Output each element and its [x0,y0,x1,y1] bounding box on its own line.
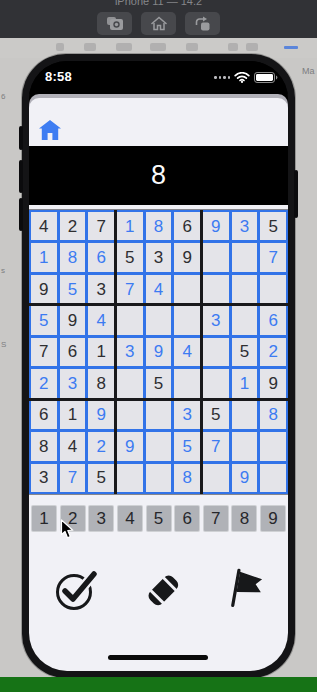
sudoku-cell-r2c7[interactable] [203,243,229,271]
numpad-button-6[interactable]: 6 [174,505,200,532]
sudoku-cell-r4c6[interactable] [174,306,200,334]
iphone-frame: 8:58 [22,54,295,678]
sudoku-cell-r5c6[interactable]: 4 [174,338,200,366]
sudoku-cell-r9c6[interactable]: 8 [174,464,200,492]
sudoku-cell-r9c9[interactable] [260,464,286,492]
sudoku-board: 4271869351865397953745943676139452238519… [29,210,288,494]
sudoku-cell-r1c7[interactable]: 9 [203,212,229,240]
camera-icon [106,16,124,31]
sudoku-cell-r4c5[interactable] [146,306,172,334]
simulator-title: iPhone 11 — 14.2 [0,0,317,7]
sudoku-cell-r2c1[interactable]: 1 [31,243,57,271]
action-bar [29,564,288,616]
sudoku-cell-r3c7[interactable] [203,275,229,303]
sudoku-cell-r7c5[interactable] [146,401,172,429]
sudoku-cell-r4c3[interactable]: 4 [88,306,114,334]
sudoku-cell-r2c9[interactable]: 7 [260,243,286,271]
home-icon [39,120,61,140]
sudoku-cell-r7c3[interactable]: 9 [88,401,114,429]
sudoku-cell-r1c3[interactable]: 7 [88,212,114,240]
simulator-toolbar: iPhone 11 — 14.2 [0,0,317,38]
volume-down-button [19,198,23,231]
check-button[interactable] [53,567,100,613]
numpad-button-3[interactable]: 3 [88,505,114,532]
house-icon [151,16,167,31]
sudoku-cell-r1c8[interactable]: 3 [232,212,258,240]
sudoku-cell-r6c3[interactable]: 8 [88,369,114,397]
sudoku-cell-r6c6[interactable] [174,369,200,397]
sudoku-cell-r6c5[interactable]: 5 [146,369,172,397]
green-strip [0,677,317,692]
sudoku-cell-r7c8[interactable] [232,401,258,429]
sudoku-cell-r2c4[interactable]: 5 [117,243,143,271]
numpad-button-1[interactable]: 1 [31,505,57,532]
sudoku-cell-r3c4[interactable]: 7 [117,275,143,303]
sudoku-cell-r3c1[interactable]: 9 [31,275,57,303]
sudoku-cell-r4c4[interactable] [117,306,143,334]
home-nav-button[interactable] [39,120,61,140]
sudoku-cell-r8c5[interactable] [146,432,172,460]
simulator-window: iPhone 11 — 14.2 [0,0,317,692]
volume-up-button [19,160,23,193]
flag-button[interactable] [226,567,264,613]
sudoku-cell-r4c8[interactable] [232,306,258,334]
sudoku-cell-r5c8[interactable]: 5 [232,338,258,366]
sudoku-cell-r6c4[interactable] [117,369,143,397]
flag-icon [226,567,264,613]
sudoku-cell-r6c9[interactable]: 9 [260,369,286,397]
sudoku-cell-r5c4[interactable]: 3 [117,338,143,366]
selected-number: 8 [151,160,166,191]
screenshot-button[interactable] [97,12,132,35]
sudoku-cell-r2c2[interactable]: 8 [60,243,86,271]
sudoku-cell-r5c5[interactable]: 9 [146,338,172,366]
sudoku-cell-r1c5[interactable]: 8 [146,212,172,240]
sudoku-cell-r1c6[interactable]: 6 [174,212,200,240]
sudoku-cell-r7c1[interactable]: 6 [31,401,57,429]
eraser-icon [142,570,184,610]
battery-icon [254,72,278,83]
sudoku-cell-r4c1[interactable]: 5 [31,306,57,334]
power-button [294,170,298,218]
sudoku-cell-r7c2[interactable]: 1 [60,401,86,429]
mouse-cursor [60,519,75,544]
sudoku-cell-r3c5[interactable]: 4 [146,275,172,303]
numpad-button-4[interactable]: 4 [117,505,143,532]
sudoku-cell-r3c2[interactable]: 5 [60,275,86,303]
sudoku-cell-r2c5[interactable]: 3 [146,243,172,271]
sudoku-cell-r7c6[interactable]: 3 [174,401,200,429]
home-button-sim[interactable] [141,12,176,35]
status-bar: 8:58 [29,61,288,94]
sudoku-cell-r4c7[interactable]: 3 [203,306,229,334]
sudoku-cell-r8c4[interactable]: 9 [117,432,143,460]
sudoku-cell-r5c7[interactable] [203,338,229,366]
sudoku-cell-r3c6[interactable] [174,275,200,303]
sudoku-cell-r6c8[interactable]: 1 [232,369,258,397]
sudoku-cell-r2c3[interactable]: 6 [88,243,114,271]
sudoku-cell-r7c9[interactable]: 8 [260,401,286,429]
cellular-dots-icon [214,76,230,79]
sudoku-cell-r4c9[interactable]: 6 [260,306,286,334]
sudoku-cell-r9c8[interactable]: 9 [232,464,258,492]
background-text-fragment: s [1,266,5,275]
check-circle-icon [53,567,100,613]
sudoku-cell-r1c2[interactable]: 2 [60,212,86,240]
sudoku-cell-r8c6[interactable]: 5 [174,432,200,460]
sudoku-cell-r3c3[interactable]: 3 [88,275,114,303]
background-text-fragment: 6 [1,92,5,101]
sudoku-cell-r9c4[interactable] [117,464,143,492]
sudoku-cell-r5c1[interactable]: 7 [31,338,57,366]
sudoku-cell-r6c7[interactable] [203,369,229,397]
background-text-fragment: S [1,340,6,349]
wifi-icon [234,72,250,83]
rotate-button[interactable] [185,12,220,35]
sudoku-cell-r1c9[interactable]: 5 [260,212,286,240]
numpad-button-7[interactable]: 7 [203,505,229,532]
sudoku-cell-r3c9[interactable] [260,275,286,303]
sudoku-cell-r9c1[interactable]: 3 [31,464,57,492]
background-blue-dash [284,46,298,49]
sudoku-cell-r9c5[interactable] [146,464,172,492]
sudoku-cell-r8c7[interactable]: 7 [203,432,229,460]
sudoku-cell-r2c6[interactable]: 9 [174,243,200,271]
sudoku-cell-r5c9[interactable]: 2 [260,338,286,366]
sudoku-cell-r9c3[interactable]: 5 [88,464,114,492]
numpad-button-5[interactable]: 5 [146,505,172,532]
sudoku-cell-r7c7[interactable]: 5 [203,401,229,429]
sudoku-cell-r3c8[interactable] [232,275,258,303]
home-indicator[interactable] [108,655,208,660]
numpad-button-8[interactable]: 8 [231,505,257,532]
sudoku-cell-r5c2[interactable]: 6 [60,338,86,366]
sudoku-cell-r5c3[interactable]: 1 [88,338,114,366]
sudoku-cell-r1c4[interactable]: 1 [117,212,143,240]
silent-switch [19,126,23,150]
sudoku-cell-r6c1[interactable]: 2 [31,369,57,397]
sudoku-cell-r9c7[interactable] [203,464,229,492]
sudoku-cell-r8c8[interactable] [232,432,258,460]
rotate-icon [194,16,211,32]
sudoku-cell-r1c1[interactable]: 4 [31,212,57,240]
sudoku-cell-r2c8[interactable] [232,243,258,271]
phone-screen: 8:58 [29,61,288,671]
erase-button[interactable] [142,570,184,610]
background-text-fragment: Ma [302,66,315,76]
sudoku-cell-r8c2[interactable]: 4 [60,432,86,460]
sudoku-cell-r9c2[interactable]: 7 [60,464,86,492]
sudoku-cell-r7c4[interactable] [117,401,143,429]
selected-number-banner: 8 [29,146,288,205]
sudoku-cell-r8c9[interactable] [260,432,286,460]
sudoku-cell-r8c1[interactable]: 8 [31,432,57,460]
sudoku-cell-r6c2[interactable]: 3 [60,369,86,397]
clock: 8:58 [45,69,72,84]
sudoku-grid: 4271869351865397953745943676139452238519… [29,210,288,494]
numpad-button-9[interactable]: 9 [260,505,286,532]
sudoku-cell-r4c2[interactable]: 9 [60,306,86,334]
sudoku-cell-r8c3[interactable]: 2 [88,432,114,460]
